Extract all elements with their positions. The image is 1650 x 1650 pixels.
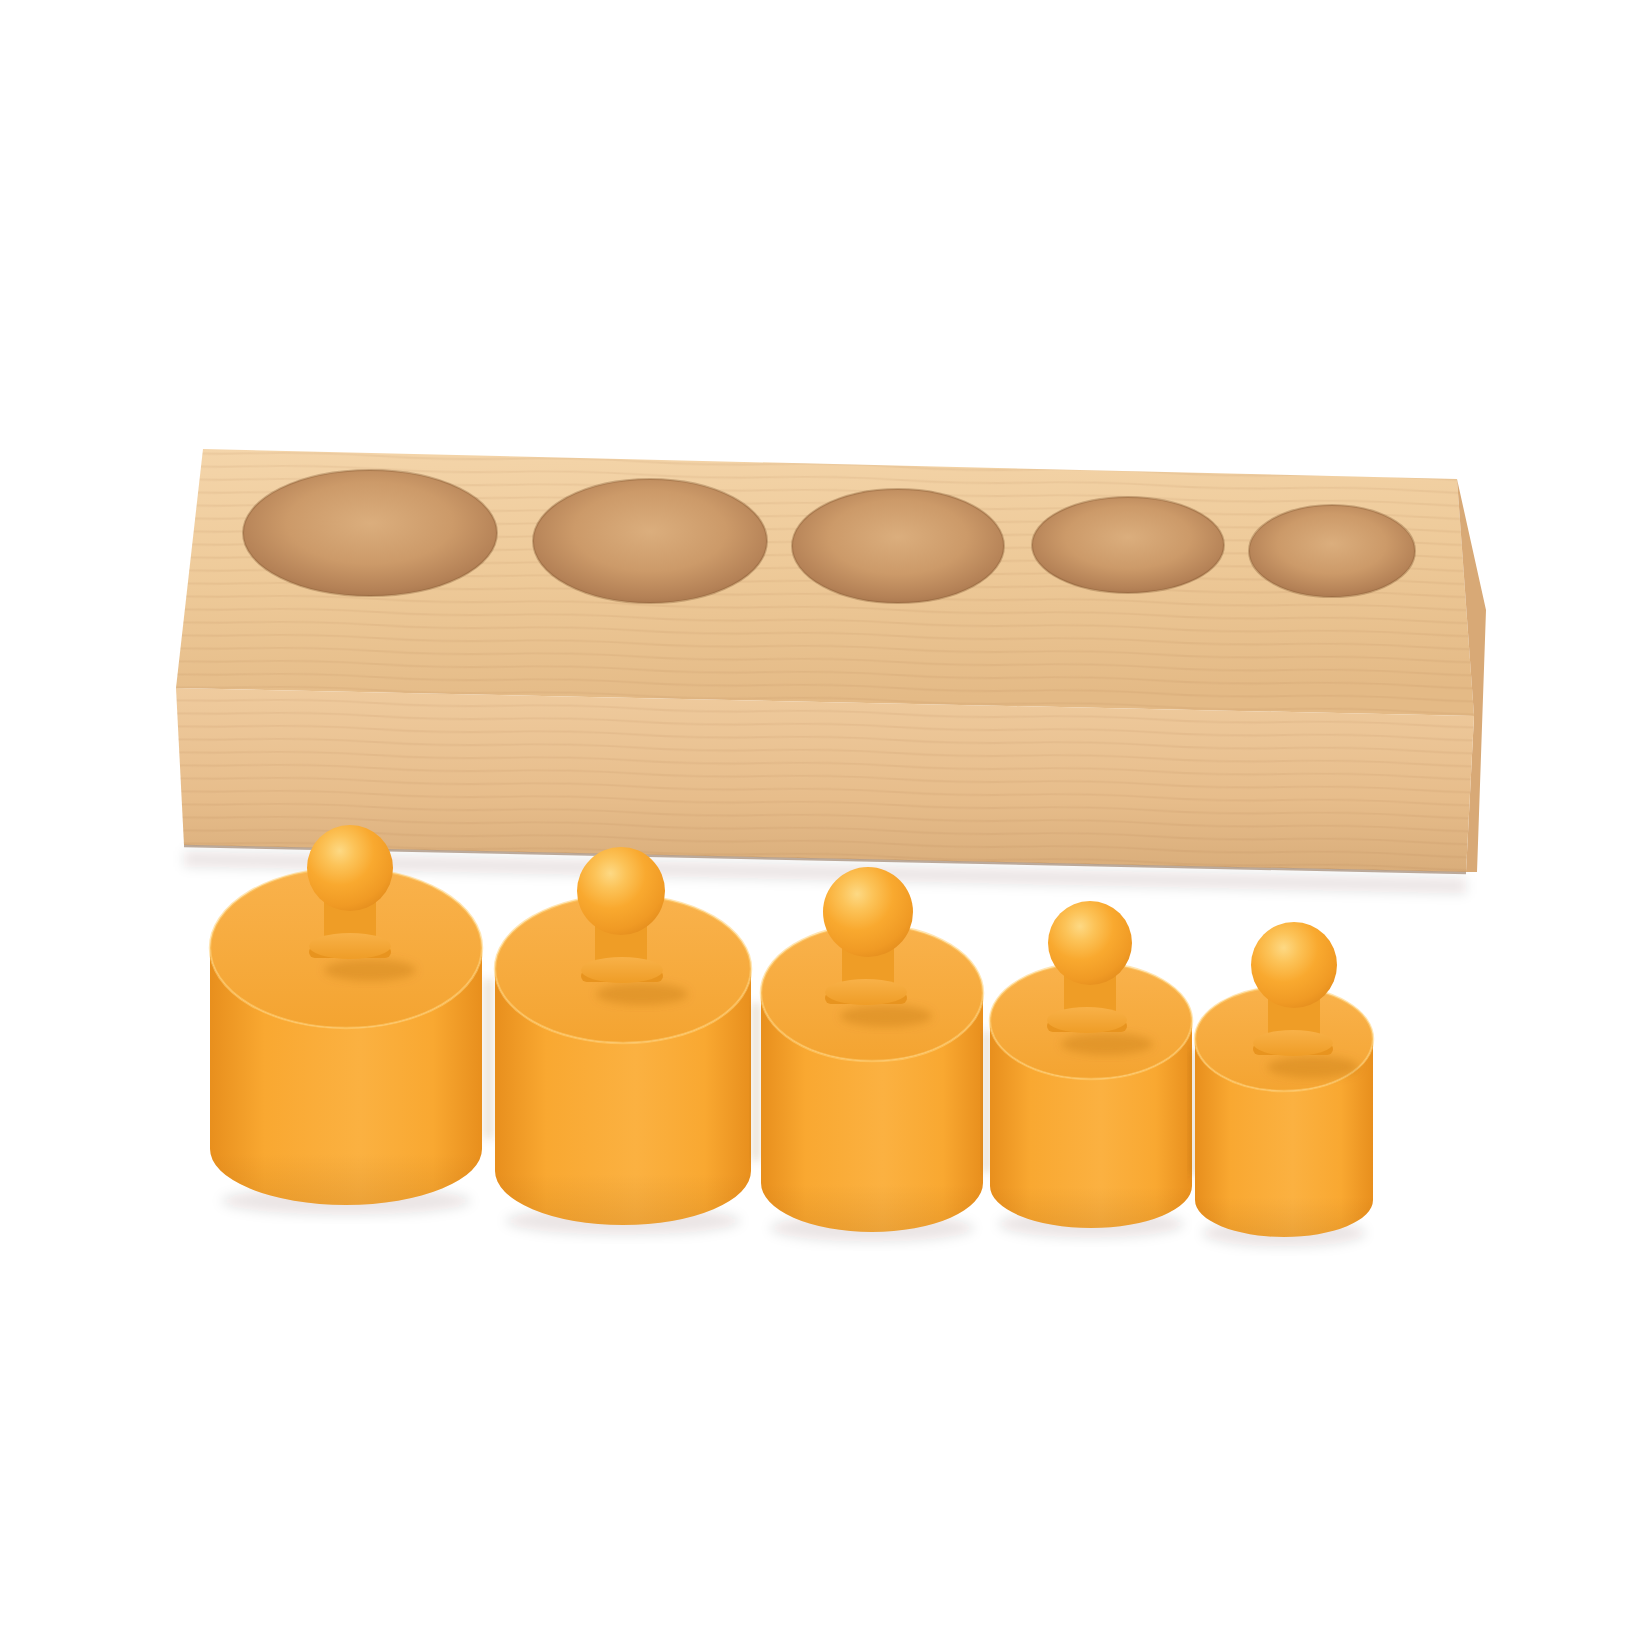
scene-canvas bbox=[0, 0, 1650, 1650]
knobbed-cylinder-4 bbox=[990, 901, 1198, 1238]
socket-hole-4 bbox=[1032, 497, 1224, 593]
cylinder-5-knob bbox=[1251, 922, 1337, 1008]
cylinder-2-knob bbox=[577, 847, 665, 935]
cylinder-seam-3 bbox=[983, 1031, 991, 1173]
cylinder-3-knob-shadow bbox=[840, 1005, 932, 1027]
cylinder-2-knob-shadow bbox=[596, 983, 688, 1005]
cylinder-4-knob-base bbox=[1047, 1007, 1127, 1033]
cylinder-4-knob-shadow bbox=[1061, 1033, 1153, 1055]
cylinder-4-knob bbox=[1048, 901, 1132, 985]
cylinder-block bbox=[176, 449, 1486, 894]
cylinder-5-knob-base bbox=[1253, 1030, 1333, 1056]
cylinder-3-knob bbox=[823, 867, 913, 957]
knobbed-cylinder-3 bbox=[761, 867, 991, 1242]
cylinder-5-knob-shadow bbox=[1267, 1056, 1359, 1078]
cylinder-1-knob-shadow bbox=[324, 959, 416, 981]
cylinder-seam-2 bbox=[752, 1003, 760, 1161]
socket-hole-2 bbox=[533, 479, 767, 603]
socket-hole-5 bbox=[1249, 505, 1415, 597]
socket-hole-3 bbox=[792, 489, 1004, 603]
product-photo bbox=[0, 0, 1650, 1650]
socket-hole-1 bbox=[243, 470, 497, 596]
cylinder-3-knob-base bbox=[825, 979, 907, 1005]
cylinder-2-knob-base bbox=[581, 957, 663, 983]
knobbed-cylinder-2 bbox=[495, 847, 760, 1235]
knobbed-cylinder-5 bbox=[1195, 922, 1373, 1247]
cylinder-1-knob bbox=[307, 825, 393, 911]
cylinder-1-knob-base bbox=[309, 933, 391, 959]
knobbed-cylinder-1 bbox=[210, 825, 493, 1215]
cylinder-seam-1 bbox=[485, 979, 493, 1139]
